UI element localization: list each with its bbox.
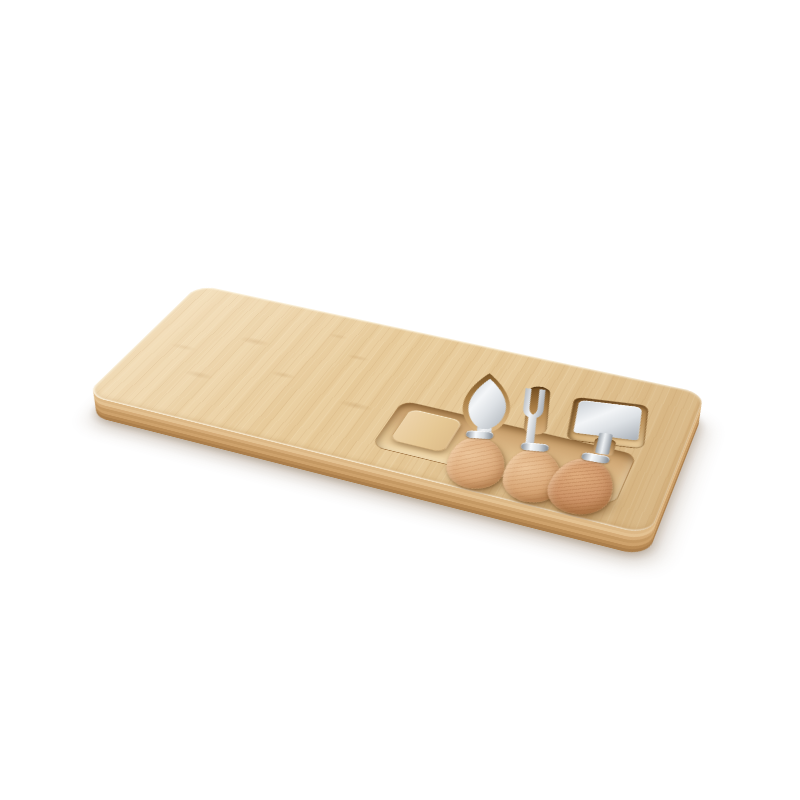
leaf-blade-recess-and-knife-blade [447,370,524,439]
cleaver-blade-recess [566,397,649,450]
product-photo-stage [0,0,800,800]
cheese-cleaver-blade [573,400,642,441]
handle-rest-island [389,408,464,453]
knife-ferrule [466,430,494,439]
cheese-fork-blade [512,388,552,452]
soft-cheese-knife-blade [466,378,508,431]
knife-blade-neck [476,427,491,438]
bamboo-cheese-board [85,285,706,536]
cleaver-ferrule [581,452,611,464]
knife-handle [444,435,507,491]
cheese-board-scene [85,285,706,536]
cleaver-neck-recess [592,437,617,456]
light-sheen-overlay [85,285,706,536]
cleaver-handle [540,453,620,519]
cleaver-blade-neck [595,432,613,455]
fork-ferrule [521,442,549,452]
fork-handle [500,447,564,505]
leaf-recess-floor [460,372,513,434]
